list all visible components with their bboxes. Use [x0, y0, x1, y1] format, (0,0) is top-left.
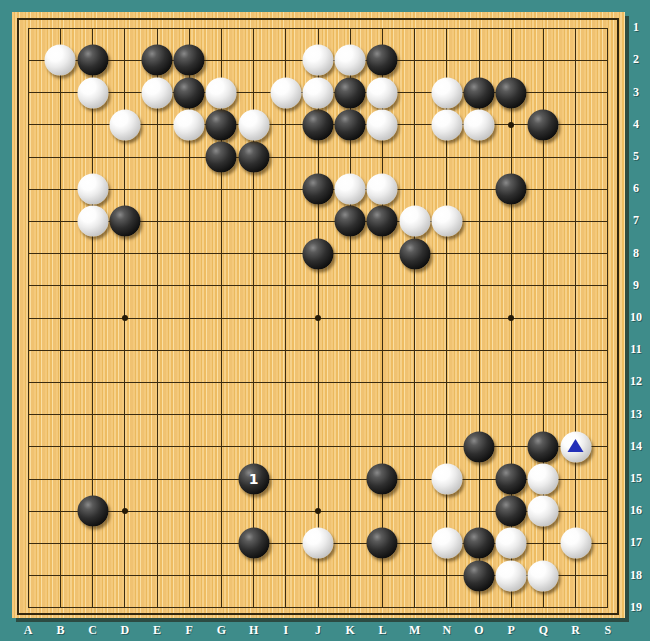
- row-label-15: 15: [625, 471, 647, 486]
- col-label-E: E: [148, 623, 166, 638]
- stone-black-C2[interactable]: [77, 45, 108, 76]
- col-label-H: H: [245, 623, 263, 638]
- hoshi-P4: [508, 122, 514, 128]
- row-label-17: 17: [625, 535, 647, 550]
- row-label-2: 2: [625, 52, 647, 67]
- row-label-14: 14: [625, 439, 647, 454]
- row-label-13: 13: [625, 407, 647, 422]
- triangle-marker: [568, 439, 584, 452]
- col-label-G: G: [212, 623, 230, 638]
- stone-black-K7[interactable]: [335, 206, 366, 237]
- row-label-11: 11: [625, 342, 647, 357]
- stone-black-E2[interactable]: [142, 45, 173, 76]
- stone-black-G4[interactable]: [206, 109, 237, 140]
- row-label-10: 10: [625, 310, 647, 325]
- stone-black-L15[interactable]: [367, 464, 398, 495]
- stone-black-L2[interactable]: [367, 45, 398, 76]
- hoshi-D16: [122, 508, 128, 514]
- col-label-L: L: [373, 623, 391, 638]
- stone-black-Q14[interactable]: [528, 431, 559, 462]
- stone-white-Q18[interactable]: [528, 560, 559, 591]
- col-label-F: F: [180, 623, 198, 638]
- row-label-8: 8: [625, 246, 647, 261]
- stone-black-J4[interactable]: [303, 109, 334, 140]
- col-label-N: N: [438, 623, 456, 638]
- stone-white-C6[interactable]: [77, 174, 108, 205]
- stone-black-C16[interactable]: [77, 496, 108, 527]
- stone-black-J8[interactable]: [303, 238, 334, 269]
- col-label-M: M: [406, 623, 424, 638]
- stone-white-N17[interactable]: [431, 528, 462, 559]
- col-label-J: J: [309, 623, 327, 638]
- grid-line-v: [414, 28, 415, 608]
- stone-black-P6[interactable]: [496, 174, 527, 205]
- col-label-O: O: [470, 623, 488, 638]
- stone-white-R14[interactable]: [560, 431, 591, 462]
- hoshi-P10: [508, 315, 514, 321]
- row-label-3: 3: [625, 85, 647, 100]
- stone-black-K3[interactable]: [335, 77, 366, 108]
- stone-white-L3[interactable]: [367, 77, 398, 108]
- stone-black-O14[interactable]: [464, 431, 495, 462]
- stone-white-J2[interactable]: [303, 45, 334, 76]
- row-label-7: 7: [625, 213, 647, 228]
- stone-white-N4[interactable]: [431, 109, 462, 140]
- row-label-16: 16: [625, 503, 647, 518]
- stone-black-F3[interactable]: [174, 77, 205, 108]
- stone-black-H17[interactable]: [238, 528, 269, 559]
- stone-white-Q15[interactable]: [528, 464, 559, 495]
- col-label-Q: Q: [534, 623, 552, 638]
- stone-white-N7[interactable]: [431, 206, 462, 237]
- goban[interactable]: 1ABCDEFGHIJKLMNOPQRS12345678910111213141…: [0, 0, 650, 641]
- stone-black-D7[interactable]: [109, 206, 140, 237]
- stone-black-P3[interactable]: [496, 77, 527, 108]
- stone-white-J3[interactable]: [303, 77, 334, 108]
- grid-line-h: [28, 414, 608, 415]
- stone-white-P18[interactable]: [496, 560, 527, 591]
- stone-white-B2[interactable]: [45, 45, 76, 76]
- col-label-I: I: [277, 623, 295, 638]
- stone-black-G5[interactable]: [206, 142, 237, 173]
- stone-white-F4[interactable]: [174, 109, 205, 140]
- grid-line-h: [28, 382, 608, 383]
- stone-white-G3[interactable]: [206, 77, 237, 108]
- stone-white-N15[interactable]: [431, 464, 462, 495]
- stone-black-F2[interactable]: [174, 45, 205, 76]
- stone-black-L17[interactable]: [367, 528, 398, 559]
- col-label-R: R: [567, 623, 585, 638]
- stone-white-L4[interactable]: [367, 109, 398, 140]
- stone-black-J6[interactable]: [303, 174, 334, 205]
- stone-white-N3[interactable]: [431, 77, 462, 108]
- stone-white-C7[interactable]: [77, 206, 108, 237]
- grid-line-h: [28, 607, 608, 608]
- stone-black-P16[interactable]: [496, 496, 527, 527]
- stone-white-Q16[interactable]: [528, 496, 559, 527]
- stone-black-H5[interactable]: [238, 142, 269, 173]
- stone-black-K4[interactable]: [335, 109, 366, 140]
- row-label-6: 6: [625, 181, 647, 196]
- col-label-A: A: [19, 623, 37, 638]
- row-label-4: 4: [625, 117, 647, 132]
- stone-white-J17[interactable]: [303, 528, 334, 559]
- move-number-label: 1: [249, 471, 259, 487]
- row-label-12: 12: [625, 374, 647, 389]
- grid-line-v: [607, 28, 608, 608]
- col-label-D: D: [116, 623, 134, 638]
- stone-white-P17[interactable]: [496, 528, 527, 559]
- stone-white-L6[interactable]: [367, 174, 398, 205]
- grid-line-h: [28, 446, 608, 447]
- row-label-1: 1: [625, 20, 647, 35]
- stone-white-M7[interactable]: [399, 206, 430, 237]
- stone-black-H15[interactable]: 1: [238, 464, 269, 495]
- stone-white-I3[interactable]: [270, 77, 301, 108]
- col-label-B: B: [51, 623, 69, 638]
- stone-black-P15[interactable]: [496, 464, 527, 495]
- stone-black-O17[interactable]: [464, 528, 495, 559]
- stone-black-L7[interactable]: [367, 206, 398, 237]
- stone-white-K6[interactable]: [335, 174, 366, 205]
- stone-white-C3[interactable]: [77, 77, 108, 108]
- hoshi-J16: [315, 508, 321, 514]
- stone-white-H4[interactable]: [238, 109, 269, 140]
- col-label-C: C: [84, 623, 102, 638]
- row-label-9: 9: [625, 278, 647, 293]
- stone-black-M8[interactable]: [399, 238, 430, 269]
- stone-black-Q4[interactable]: [528, 109, 559, 140]
- col-label-S: S: [599, 623, 617, 638]
- hoshi-D10: [122, 315, 128, 321]
- grid-line-v: [575, 28, 576, 608]
- col-label-P: P: [502, 623, 520, 638]
- row-label-18: 18: [625, 568, 647, 583]
- stone-white-R17[interactable]: [560, 528, 591, 559]
- hoshi-J10: [315, 315, 321, 321]
- col-label-K: K: [341, 623, 359, 638]
- stone-white-K2[interactable]: [335, 45, 366, 76]
- row-label-5: 5: [625, 149, 647, 164]
- stone-white-D4[interactable]: [109, 109, 140, 140]
- stone-black-O18[interactable]: [464, 560, 495, 591]
- stone-black-O3[interactable]: [464, 77, 495, 108]
- grid-line-h: [28, 350, 608, 351]
- stone-white-E3[interactable]: [142, 77, 173, 108]
- stone-white-O4[interactable]: [464, 109, 495, 140]
- row-label-19: 19: [625, 600, 647, 615]
